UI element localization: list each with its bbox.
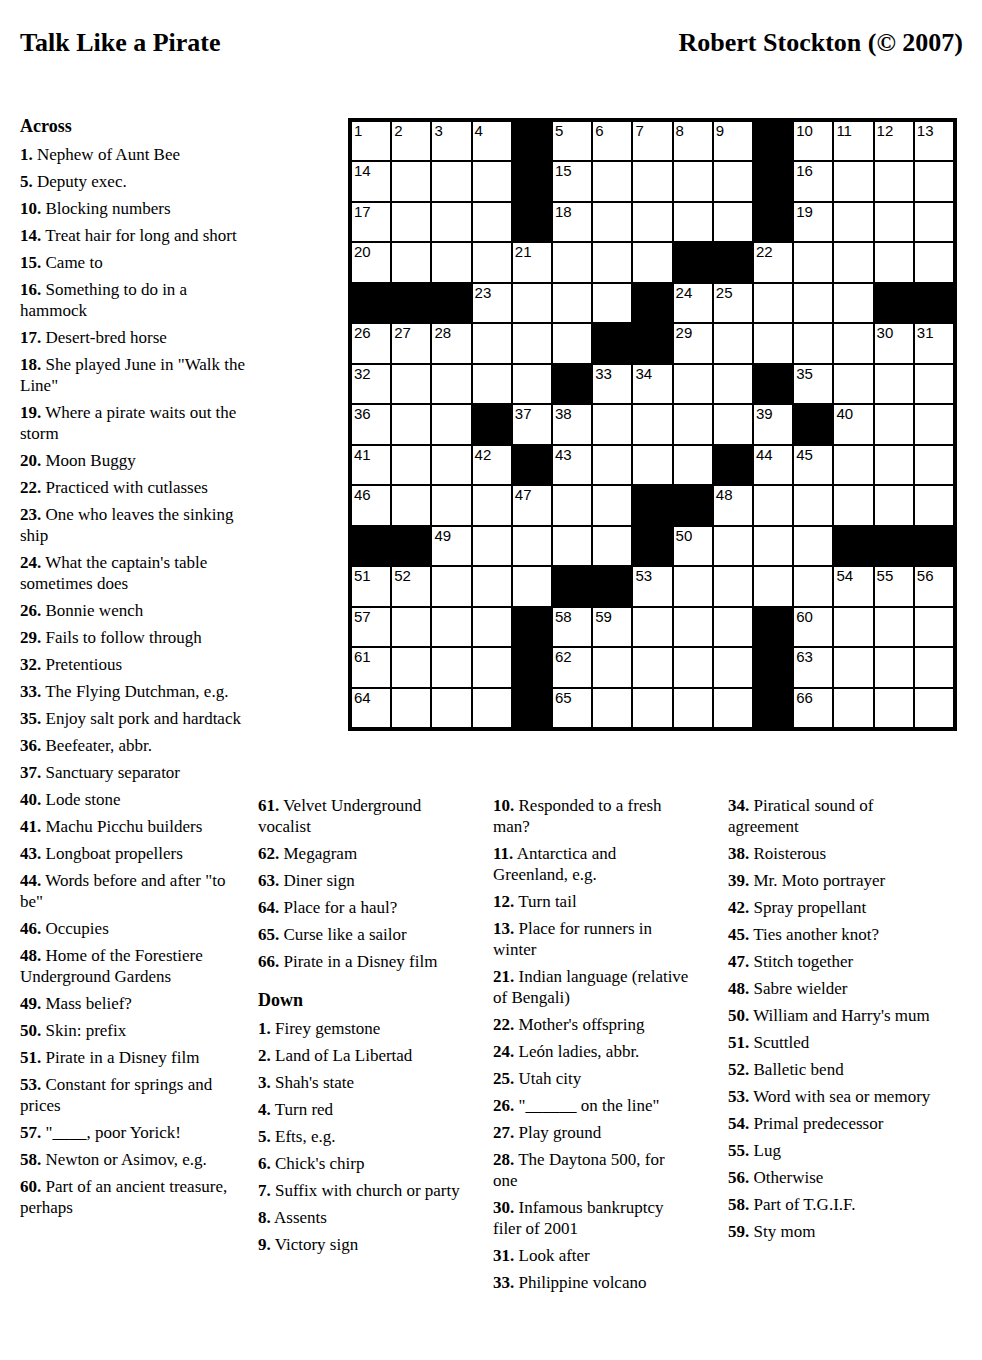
clue-text: Something to do in a hammock: [20, 280, 187, 320]
cell-r6c11[interactable]: [754, 324, 792, 362]
cell-r7c13[interactable]: [834, 365, 872, 403]
cell-number: 63: [796, 648, 813, 665]
cell-r15c4[interactable]: [473, 689, 511, 727]
cell-r3c4[interactable]: [473, 203, 511, 241]
cell-r8c14[interactable]: [875, 405, 913, 443]
cell-r1c15[interactable]: 13: [915, 122, 953, 160]
across-clue-51: 51. Pirate in a Disney film: [20, 1047, 246, 1068]
cell-r7c1[interactable]: 32: [352, 365, 390, 403]
cell-r5c13[interactable]: [834, 284, 872, 322]
down-clue-5: 5. Efts, e.g.: [258, 1126, 462, 1147]
cell-r7c15[interactable]: [915, 365, 953, 403]
cell-r12c15[interactable]: 56: [915, 567, 953, 605]
cell-r3c1[interactable]: 17: [352, 203, 390, 241]
cell-r13c4[interactable]: [473, 608, 511, 646]
cell-r15c9[interactable]: [674, 689, 712, 727]
clue-text: What the captain's table sometimes does: [20, 553, 207, 593]
cell-r9c15[interactable]: [915, 446, 953, 484]
cell-r15c7[interactable]: [593, 689, 631, 727]
cell-r3c3[interactable]: [432, 203, 470, 241]
cell-r1c12[interactable]: 10: [794, 122, 832, 160]
cell-r3c12[interactable]: 19: [794, 203, 832, 241]
cell-number: 62: [555, 648, 572, 665]
cell-r9c1[interactable]: 41: [352, 446, 390, 484]
cell-r7c12[interactable]: 35: [794, 365, 832, 403]
cell-r9c11[interactable]: 44: [754, 446, 792, 484]
cell-r10c1[interactable]: 46: [352, 486, 390, 524]
down-clue-11: 11. Antarctica and Greenland, e.g.: [493, 843, 693, 885]
black-cell-r5c8: [633, 284, 671, 322]
cell-r8c13[interactable]: 40: [834, 405, 872, 443]
cell-r14c12[interactable]: 63: [794, 648, 832, 686]
cell-r9c7[interactable]: [593, 446, 631, 484]
cell-r13c8[interactable]: [633, 608, 671, 646]
cell-r4c7[interactable]: [593, 243, 631, 281]
cell-r12c13[interactable]: 54: [834, 567, 872, 605]
cell-r6c15[interactable]: 31: [915, 324, 953, 362]
cell-r4c12[interactable]: [794, 243, 832, 281]
cell-r14c2[interactable]: [392, 648, 430, 686]
cell-r2c3[interactable]: [432, 162, 470, 200]
cell-r11c3[interactable]: 49: [432, 527, 470, 565]
cell-r11c4[interactable]: [473, 527, 511, 565]
down-clue-52: 52. Balletic bend: [728, 1059, 940, 1080]
cell-number: 61: [354, 648, 371, 665]
cell-r15c15[interactable]: [915, 689, 953, 727]
cell-r6c3[interactable]: 28: [432, 324, 470, 362]
across-clue-61: 61. Velvet Underground vocalist: [258, 795, 462, 837]
cell-r12c5[interactable]: [513, 567, 551, 605]
cell-r2c7[interactable]: [593, 162, 631, 200]
clue-text: Skin: prefix: [46, 1021, 127, 1040]
across-clue-23: 23. One who leaves the sinking ship: [20, 504, 246, 546]
down-clue-4: 4. Turn red: [258, 1099, 462, 1120]
cell-r12c8[interactable]: 53: [633, 567, 671, 605]
cell-r15c10[interactable]: [714, 689, 752, 727]
clue-text: "______ on the line": [519, 1096, 660, 1115]
cell-number: 11: [836, 122, 852, 139]
black-cell-r10c9: [674, 486, 712, 524]
cell-r14c13[interactable]: [834, 648, 872, 686]
cell-r7c4[interactable]: [473, 365, 511, 403]
cell-r9c13[interactable]: [834, 446, 872, 484]
clue-text: Machu Picchu builders: [46, 817, 203, 836]
cell-number: 20: [354, 243, 371, 260]
cell-r13c12[interactable]: 60: [794, 608, 832, 646]
across-clue-65: 65. Curse like a sailor: [258, 924, 462, 945]
cell-r2c15[interactable]: [915, 162, 953, 200]
cell-r5c5[interactable]: [513, 284, 551, 322]
clue-number: 36.: [20, 736, 41, 755]
cell-r4c5[interactable]: 21: [513, 243, 551, 281]
cell-r3c13[interactable]: [834, 203, 872, 241]
clue-text: Diner sign: [284, 871, 355, 890]
cell-r1c6[interactable]: 5: [553, 122, 591, 160]
cell-r1c13[interactable]: 11: [834, 122, 872, 160]
across-clue-26: 26. Bonnie wench: [20, 600, 246, 621]
cell-r3c2[interactable]: [392, 203, 430, 241]
clues-column-3: 10. Responded to a fresh man?11. Antarct…: [493, 795, 693, 1299]
cell-r2c14[interactable]: [875, 162, 913, 200]
cell-r5c11[interactable]: [754, 284, 792, 322]
cell-r2c9[interactable]: [674, 162, 712, 200]
across-clue-29: 29. Fails to follow through: [20, 627, 246, 648]
cell-r8c6[interactable]: 38: [553, 405, 591, 443]
cell-r4c1[interactable]: 20: [352, 243, 390, 281]
cell-number: 64: [354, 689, 371, 706]
cell-r6c5[interactable]: [513, 324, 551, 362]
clue-number: 60.: [20, 1177, 41, 1196]
cell-number: 22: [756, 243, 773, 260]
cell-r15c8[interactable]: [633, 689, 671, 727]
cell-r12c12[interactable]: [794, 567, 832, 605]
cell-r14c7[interactable]: [593, 648, 631, 686]
cell-r13c13[interactable]: [834, 608, 872, 646]
cell-r1c4[interactable]: 4: [473, 122, 511, 160]
cell-r13c10[interactable]: [714, 608, 752, 646]
cell-r3c8[interactable]: [633, 203, 671, 241]
cell-r2c10[interactable]: [714, 162, 752, 200]
cell-r15c2[interactable]: [392, 689, 430, 727]
black-cell-r11c2: [392, 527, 430, 565]
clue-number: 35.: [20, 709, 41, 728]
down-clue-27: 27. Play ground: [493, 1122, 693, 1143]
cell-r6c13[interactable]: [834, 324, 872, 362]
cell-r5c12[interactable]: [794, 284, 832, 322]
cell-r4c6[interactable]: [553, 243, 591, 281]
cell-r10c15[interactable]: [915, 486, 953, 524]
cell-r4c13[interactable]: [834, 243, 872, 281]
cell-r11c10[interactable]: [714, 527, 752, 565]
cell-r10c2[interactable]: [392, 486, 430, 524]
cell-r6c6[interactable]: [553, 324, 591, 362]
clue-number: 1.: [20, 145, 33, 164]
cell-r7c3[interactable]: [432, 365, 470, 403]
clue-number: 57.: [20, 1123, 41, 1142]
cell-number: 57: [354, 608, 371, 625]
cell-r10c4[interactable]: [473, 486, 511, 524]
cell-r5c10[interactable]: 25: [714, 284, 752, 322]
across-clue-35: 35. Enjoy salt pork and hardtack: [20, 708, 246, 729]
down-clue-39: 39. Mr. Moto portrayer: [728, 870, 940, 891]
cell-r7c5[interactable]: [513, 365, 551, 403]
cell-r10c6[interactable]: [553, 486, 591, 524]
cell-r13c9[interactable]: [674, 608, 712, 646]
cell-r3c10[interactable]: [714, 203, 752, 241]
cell-r5c6[interactable]: [553, 284, 591, 322]
cell-number: 52: [394, 567, 411, 584]
clue-number: 5.: [20, 172, 33, 191]
cell-r1c14[interactable]: 12: [875, 122, 913, 160]
across-clue-37: 37. Sanctuary separator: [20, 762, 246, 783]
across-clue-17: 17. Desert-bred horse: [20, 327, 246, 348]
clue-text: Beefeater, abbr.: [46, 736, 152, 755]
cell-r14c8[interactable]: [633, 648, 671, 686]
cell-r15c1[interactable]: 64: [352, 689, 390, 727]
clue-text: "____, poor Yorick!: [46, 1123, 181, 1142]
down-clue-2: 2. Land of La Libertad: [258, 1045, 462, 1066]
clue-text: Turn red: [275, 1100, 333, 1119]
cell-r14c3[interactable]: [432, 648, 470, 686]
cell-r14c1[interactable]: 61: [352, 648, 390, 686]
cell-r14c9[interactable]: [674, 648, 712, 686]
clue-text: Longboat propellers: [46, 844, 183, 863]
cell-r12c3[interactable]: [432, 567, 470, 605]
cell-r5c4[interactable]: 23: [473, 284, 511, 322]
cell-r3c7[interactable]: [593, 203, 631, 241]
cell-r10c10[interactable]: 48: [714, 486, 752, 524]
cell-r9c14[interactable]: [875, 446, 913, 484]
cell-r8c5[interactable]: 37: [513, 405, 551, 443]
cell-r11c5[interactable]: [513, 527, 551, 565]
cell-r2c6[interactable]: 15: [553, 162, 591, 200]
cell-r11c9[interactable]: 50: [674, 527, 712, 565]
black-cell-r13c5: [513, 608, 551, 646]
clue-number: 63.: [258, 871, 279, 890]
black-cell-r7c11: [754, 365, 792, 403]
cell-r3c9[interactable]: [674, 203, 712, 241]
down-clue-9: 9. Victory sign: [258, 1234, 462, 1255]
cell-r14c6[interactable]: 62: [553, 648, 591, 686]
cell-r14c14[interactable]: [875, 648, 913, 686]
cell-r8c7[interactable]: [593, 405, 631, 443]
crossword-grid: 1234567891011121314151617181920212223242…: [348, 118, 957, 731]
black-cell-r15c11: [754, 689, 792, 727]
cell-r8c2[interactable]: [392, 405, 430, 443]
black-cell-r6c7: [593, 324, 631, 362]
cell-r14c15[interactable]: [915, 648, 953, 686]
cell-r1c1[interactable]: 1: [352, 122, 390, 160]
across-clue-24: 24. What the captain's table sometimes d…: [20, 552, 246, 594]
clue-number: 45.: [728, 925, 749, 944]
black-cell-r8c12: [794, 405, 832, 443]
down-clue-59: 59. Sty mom: [728, 1221, 940, 1242]
cell-number: 44: [756, 446, 773, 463]
black-cell-r3c11: [754, 203, 792, 241]
cell-r14c10[interactable]: [714, 648, 752, 686]
clues-column-4: 34. Piratical sound of agreement38. Rois…: [728, 795, 940, 1248]
cell-r12c9[interactable]: [674, 567, 712, 605]
cell-r4c8[interactable]: [633, 243, 671, 281]
black-cell-r11c15: [915, 527, 953, 565]
cell-r2c12[interactable]: 16: [794, 162, 832, 200]
across-clue-41: 41. Machu Picchu builders: [20, 816, 246, 837]
clue-number: 51.: [20, 1048, 41, 1067]
cell-r9c12[interactable]: 45: [794, 446, 832, 484]
cell-r8c1[interactable]: 36: [352, 405, 390, 443]
clue-number: 10.: [493, 796, 514, 815]
cell-r13c2[interactable]: [392, 608, 430, 646]
clue-text: Chick's chirp: [275, 1154, 364, 1173]
cell-r10c7[interactable]: [593, 486, 631, 524]
cell-r8c10[interactable]: [714, 405, 752, 443]
black-cell-r14c11: [754, 648, 792, 686]
cell-r9c3[interactable]: [432, 446, 470, 484]
cell-r9c9[interactable]: [674, 446, 712, 484]
clue-text: Moon Buggy: [46, 451, 136, 470]
cell-r6c4[interactable]: [473, 324, 511, 362]
clue-text: Place for a haul?: [284, 898, 398, 917]
cell-r11c12[interactable]: [794, 527, 832, 565]
cell-r7c7[interactable]: 33: [593, 365, 631, 403]
cell-r3c15[interactable]: [915, 203, 953, 241]
cell-number: 10: [796, 122, 813, 139]
across-clue-33: 33. The Flying Dutchman, e.g.: [20, 681, 246, 702]
cell-r2c1[interactable]: 14: [352, 162, 390, 200]
cell-r2c8[interactable]: [633, 162, 671, 200]
cell-r7c9[interactable]: [674, 365, 712, 403]
cell-r9c8[interactable]: [633, 446, 671, 484]
cell-r10c13[interactable]: [834, 486, 872, 524]
cell-r15c13[interactable]: [834, 689, 872, 727]
cell-number: 46: [354, 486, 371, 503]
cell-r1c2[interactable]: 2: [392, 122, 430, 160]
down-clue-54: 54. Primal predecessor: [728, 1113, 940, 1134]
clue-text: William and Harry's mum: [753, 1006, 930, 1025]
cell-r4c15[interactable]: [915, 243, 953, 281]
across-clue-48: 48. Home of the Forestiere Underground G…: [20, 945, 246, 987]
across-clue-57: 57. "____, poor Yorick!: [20, 1122, 246, 1143]
cell-r6c1[interactable]: 26: [352, 324, 390, 362]
cell-r3c6[interactable]: 18: [553, 203, 591, 241]
cell-r7c2[interactable]: [392, 365, 430, 403]
cell-number: 6: [595, 122, 603, 139]
cell-r9c2[interactable]: [392, 446, 430, 484]
clue-number: 8.: [258, 1208, 271, 1227]
cell-r13c7[interactable]: 59: [593, 608, 631, 646]
cell-r6c9[interactable]: 29: [674, 324, 712, 362]
cell-r5c7[interactable]: [593, 284, 631, 322]
cell-r6c12[interactable]: [794, 324, 832, 362]
down-clue-42: 42. Spray propellant: [728, 897, 940, 918]
cell-r11c6[interactable]: [553, 527, 591, 565]
clue-number: 33.: [20, 682, 41, 701]
cell-r8c8[interactable]: [633, 405, 671, 443]
cell-r12c1[interactable]: 51: [352, 567, 390, 605]
cell-r8c3[interactable]: [432, 405, 470, 443]
cell-r8c11[interactable]: 39: [754, 405, 792, 443]
cell-r13c1[interactable]: 57: [352, 608, 390, 646]
cell-r4c4[interactable]: [473, 243, 511, 281]
clue-text: Balletic bend: [754, 1060, 844, 1079]
across-clue-43: 43. Longboat propellers: [20, 843, 246, 864]
cell-r12c14[interactable]: 55: [875, 567, 913, 605]
cell-r2c13[interactable]: [834, 162, 872, 200]
cell-number: 53: [635, 567, 652, 584]
cell-number: 23: [475, 284, 492, 301]
clue-number: 12.: [493, 892, 514, 911]
cell-r6c14[interactable]: 30: [875, 324, 913, 362]
across-clues-column: Across1. Nephew of Aunt Bee5. Deputy exe…: [20, 116, 246, 1224]
cell-r12c4[interactable]: [473, 567, 511, 605]
black-cell-r2c11: [754, 162, 792, 200]
cell-r4c14[interactable]: [875, 243, 913, 281]
cell-r5c9[interactable]: 24: [674, 284, 712, 322]
clue-number: 37.: [20, 763, 41, 782]
clue-text: Place for runners in winter: [493, 919, 652, 959]
clue-number: 29.: [20, 628, 41, 647]
cell-r8c9[interactable]: [674, 405, 712, 443]
clue-number: 50.: [728, 1006, 749, 1025]
cell-r1c8[interactable]: 7: [633, 122, 671, 160]
down-clue-38: 38. Roisterous: [728, 843, 940, 864]
cell-r1c3[interactable]: 3: [432, 122, 470, 160]
cell-number: 2: [394, 122, 402, 139]
cell-r11c11[interactable]: [754, 527, 792, 565]
cell-r1c7[interactable]: 6: [593, 122, 631, 160]
cell-r8c15[interactable]: [915, 405, 953, 443]
cell-r12c11[interactable]: [754, 567, 792, 605]
clue-text: Part of T.G.I.F.: [754, 1195, 856, 1214]
cell-r7c14[interactable]: [875, 365, 913, 403]
clues-column-2: 61. Velvet Underground vocalist62. Megag…: [258, 795, 462, 1261]
clue-text: Pretentious: [46, 655, 123, 674]
cell-r7c10[interactable]: [714, 365, 752, 403]
cell-number: 12: [877, 122, 894, 139]
across-clue-46: 46. Occupies: [20, 918, 246, 939]
cell-r14c4[interactable]: [473, 648, 511, 686]
cell-r12c10[interactable]: [714, 567, 752, 605]
clue-text: Spray propellant: [754, 898, 867, 917]
cell-r7c8[interactable]: 34: [633, 365, 671, 403]
cell-r6c10[interactable]: [714, 324, 752, 362]
cell-r10c5[interactable]: 47: [513, 486, 551, 524]
cell-r10c11[interactable]: [754, 486, 792, 524]
cell-r3c14[interactable]: [875, 203, 913, 241]
cell-r6c2[interactable]: 27: [392, 324, 430, 362]
across-clue-36: 36. Beefeater, abbr.: [20, 735, 246, 756]
cell-r2c2[interactable]: [392, 162, 430, 200]
cell-r13c3[interactable]: [432, 608, 470, 646]
cell-r4c3[interactable]: [432, 243, 470, 281]
cell-r1c9[interactable]: 8: [674, 122, 712, 160]
clue-number: 3.: [258, 1073, 271, 1092]
clue-number: 28.: [493, 1150, 514, 1169]
clue-text: Scuttled: [754, 1033, 810, 1052]
cell-r15c12[interactable]: 66: [794, 689, 832, 727]
cell-r13c6[interactable]: 58: [553, 608, 591, 646]
cell-number: 66: [796, 689, 813, 706]
cell-r15c3[interactable]: [432, 689, 470, 727]
cell-r15c6[interactable]: 65: [553, 689, 591, 727]
cell-r10c3[interactable]: [432, 486, 470, 524]
clue-number: 56.: [728, 1168, 749, 1187]
cell-number: 45: [796, 446, 813, 463]
cell-r12c2[interactable]: 52: [392, 567, 430, 605]
cell-r11c7[interactable]: [593, 527, 631, 565]
cell-r4c11[interactable]: 22: [754, 243, 792, 281]
cell-r2c4[interactable]: [473, 162, 511, 200]
clue-text: Stitch together: [754, 952, 854, 971]
clue-number: 22.: [493, 1015, 514, 1034]
clue-text: Sty mom: [754, 1222, 816, 1241]
cell-r9c6[interactable]: 43: [553, 446, 591, 484]
cell-r15c14[interactable]: [875, 689, 913, 727]
down-clue-30: 30. Infamous bankruptcy filer of 2001: [493, 1197, 693, 1239]
cell-r4c2[interactable]: [392, 243, 430, 281]
cell-r10c14[interactable]: [875, 486, 913, 524]
cell-r13c14[interactable]: [875, 608, 913, 646]
cell-number: 32: [354, 365, 371, 382]
cell-number: 9: [716, 122, 724, 139]
cell-r13c15[interactable]: [915, 608, 953, 646]
cell-r9c4[interactable]: 42: [473, 446, 511, 484]
cell-number: 38: [555, 405, 572, 422]
cell-r10c12[interactable]: [794, 486, 832, 524]
clue-text: Part of an ancient treasure, perhaps: [20, 1177, 227, 1217]
clue-number: 41.: [20, 817, 41, 836]
cell-r1c10[interactable]: 9: [714, 122, 752, 160]
